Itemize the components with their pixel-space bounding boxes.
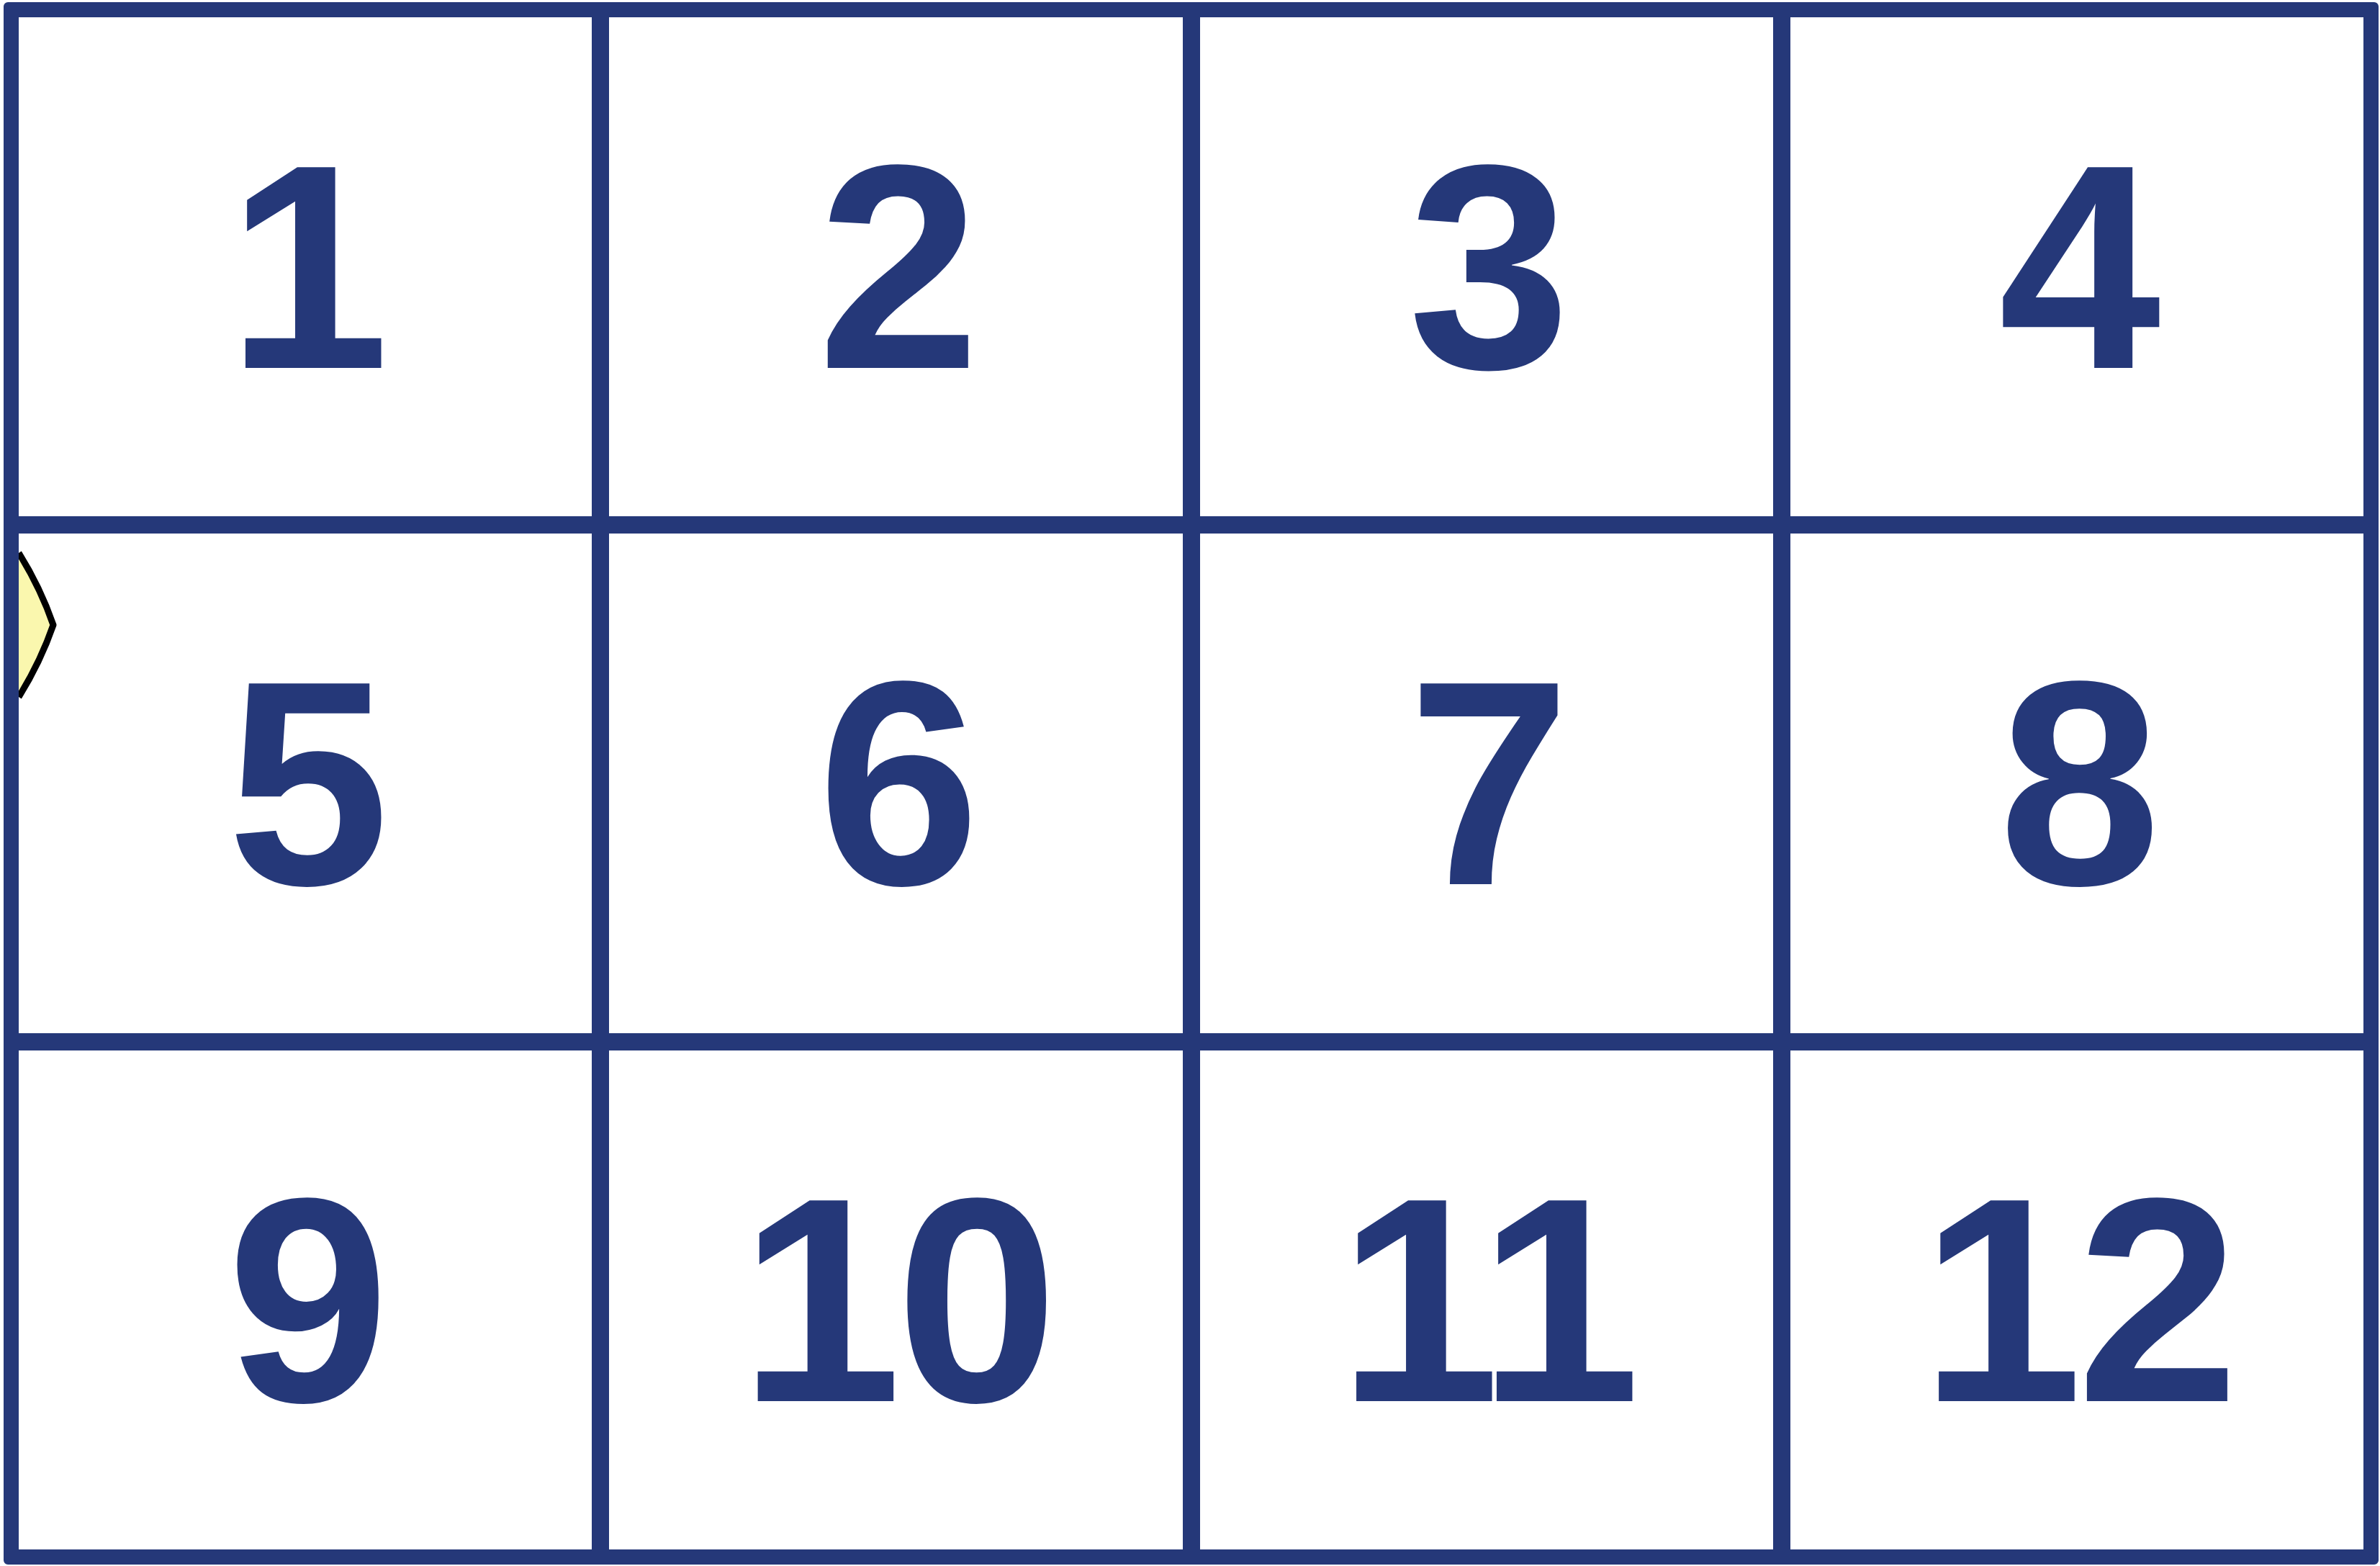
cell-number: 3 bbox=[1408, 121, 1564, 413]
grid-cell-3[interactable]: 3 bbox=[1200, 17, 1773, 516]
worksheet-page: 123456789101112 bbox=[0, 0, 2380, 1566]
grid-cell-8[interactable]: 8 bbox=[1790, 534, 2363, 1032]
grid-cell-12[interactable]: 12 bbox=[1790, 1050, 2363, 1549]
grid-cell-6[interactable]: 6 bbox=[609, 534, 1182, 1032]
grid-cell-4[interactable]: 4 bbox=[1790, 17, 2363, 516]
grid-cell-5[interactable]: 5 bbox=[19, 534, 592, 1032]
cell-number: 8 bbox=[1998, 637, 2155, 929]
cell-number: 6 bbox=[818, 637, 974, 929]
grid-cell-11[interactable]: 11 bbox=[1200, 1050, 1773, 1549]
grid-cell-9[interactable]: 9 bbox=[19, 1050, 592, 1549]
cell-number: 7 bbox=[1408, 637, 1564, 929]
cell-number: 12 bbox=[1921, 1154, 2233, 1446]
grid-cell-2[interactable]: 2 bbox=[609, 17, 1182, 516]
cell-number: 9 bbox=[227, 1154, 384, 1446]
grid-cell-7[interactable]: 7 bbox=[1200, 534, 1773, 1032]
cell-number: 1 bbox=[227, 121, 384, 413]
grid-cell-10[interactable]: 10 bbox=[609, 1050, 1182, 1549]
grid-cell-1[interactable]: 1 bbox=[19, 17, 592, 516]
cell-number: 5 bbox=[227, 637, 384, 929]
number-board: 123456789101112 bbox=[4, 2, 2379, 1565]
cell-number: 2 bbox=[818, 121, 974, 413]
cell-number: 11 bbox=[1338, 1154, 1635, 1446]
cell-number: 4 bbox=[1998, 121, 2155, 413]
cell-number: 10 bbox=[739, 1154, 1052, 1446]
